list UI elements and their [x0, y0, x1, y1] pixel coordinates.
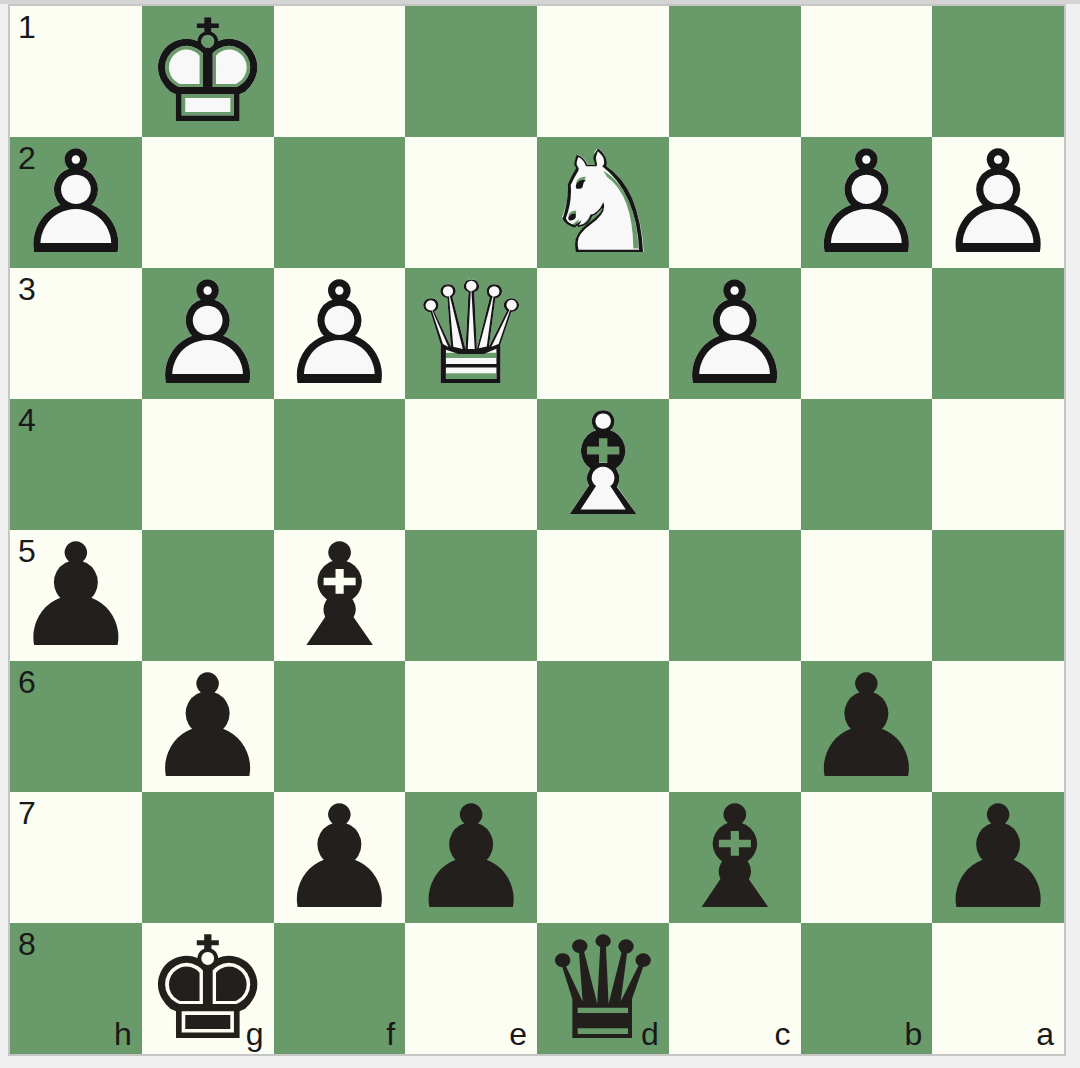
pawn-icon: ♟ [405, 792, 537, 923]
pawn-icon: ♟ [932, 792, 1064, 923]
square-f1[interactable] [274, 6, 406, 137]
white-queen[interactable]: ♛♕ [405, 268, 537, 399]
pawn-icon: ♙ [669, 268, 801, 399]
square-h3[interactable]: 3 [10, 268, 142, 399]
king-icon: ♔ [142, 6, 274, 137]
square-a5[interactable] [932, 530, 1064, 661]
pawn-icon: ♙ [274, 268, 406, 399]
pawn-icon: ♟ [10, 530, 142, 661]
square-d2[interactable]: ♞♘ [537, 137, 669, 268]
white-pawn[interactable]: ♟♙ [142, 268, 274, 399]
rank-label-8: 8 [18, 928, 36, 960]
square-g6[interactable]: ♟ [142, 661, 274, 792]
square-e7[interactable]: ♟ [405, 792, 537, 923]
white-pawn[interactable]: ♟♙ [669, 268, 801, 399]
white-bishop[interactable]: ♝♗ [537, 399, 669, 530]
white-king[interactable]: ♚♔ [142, 6, 274, 137]
square-e2[interactable] [405, 137, 537, 268]
square-e3[interactable]: ♛♕ [405, 268, 537, 399]
square-g5[interactable] [142, 530, 274, 661]
square-a4[interactable] [932, 399, 1064, 530]
square-b3[interactable] [801, 268, 933, 399]
queen-icon: ♕ [405, 268, 537, 399]
square-d7[interactable] [537, 792, 669, 923]
square-d6[interactable] [537, 661, 669, 792]
square-a2[interactable]: ♟♙ [932, 137, 1064, 268]
black-pawn[interactable]: ♟ [932, 792, 1064, 923]
square-c8[interactable]: c [669, 923, 801, 1054]
square-h4[interactable]: 4 [10, 399, 142, 530]
square-c3[interactable]: ♟♙ [669, 268, 801, 399]
pawn-icon: ♟ [801, 661, 933, 792]
square-g4[interactable] [142, 399, 274, 530]
square-b1[interactable] [801, 6, 933, 137]
white-pawn[interactable]: ♟♙ [274, 268, 406, 399]
square-d4[interactable]: ♝♗ [537, 399, 669, 530]
rank-label-7: 7 [18, 797, 36, 829]
knight-icon: ♘ [537, 137, 669, 268]
black-pawn[interactable]: ♟ [405, 792, 537, 923]
square-g2[interactable] [142, 137, 274, 268]
square-h6[interactable]: 6 [10, 661, 142, 792]
square-g1[interactable]: ♚♔ [142, 6, 274, 137]
black-pawn[interactable]: ♟ [10, 530, 142, 661]
square-c2[interactable] [669, 137, 801, 268]
square-g7[interactable] [142, 792, 274, 923]
file-label-h: h [114, 1018, 132, 1050]
square-e5[interactable] [405, 530, 537, 661]
file-label-e: e [509, 1018, 527, 1050]
file-label-a: a [1036, 1018, 1054, 1050]
rank-label-4: 4 [18, 404, 36, 436]
white-pawn[interactable]: ♟♙ [932, 137, 1064, 268]
pawn-icon: ♙ [932, 137, 1064, 268]
square-h5[interactable]: 5♟ [10, 530, 142, 661]
pawn-icon: ♟ [274, 792, 406, 923]
white-pawn[interactable]: ♟♙ [10, 137, 142, 268]
square-h1[interactable]: 1 [10, 6, 142, 137]
black-pawn[interactable]: ♟ [142, 661, 274, 792]
white-pawn[interactable]: ♟♙ [801, 137, 933, 268]
square-f8[interactable]: f [274, 923, 406, 1054]
square-d5[interactable] [537, 530, 669, 661]
square-d8[interactable]: d♛ [537, 923, 669, 1054]
square-a1[interactable] [932, 6, 1064, 137]
square-e4[interactable] [405, 399, 537, 530]
square-g8[interactable]: g♚ [142, 923, 274, 1054]
black-king[interactable]: ♚ [142, 923, 274, 1054]
square-b8[interactable]: b [801, 923, 933, 1054]
black-bishop[interactable]: ♝ [274, 530, 406, 661]
square-a3[interactable] [932, 268, 1064, 399]
file-label-c: c [775, 1018, 791, 1050]
square-f6[interactable] [274, 661, 406, 792]
pawn-icon: ♟ [142, 661, 274, 792]
square-b7[interactable] [801, 792, 933, 923]
square-b2[interactable]: ♟♙ [801, 137, 933, 268]
square-e6[interactable] [405, 661, 537, 792]
pawn-icon: ♙ [10, 137, 142, 268]
black-queen[interactable]: ♛ [537, 923, 669, 1054]
square-c1[interactable] [669, 6, 801, 137]
king-icon: ♚ [142, 923, 274, 1054]
square-h8[interactable]: 8h [10, 923, 142, 1054]
black-bishop[interactable]: ♝ [669, 792, 801, 923]
square-f4[interactable] [274, 399, 406, 530]
square-f3[interactable]: ♟♙ [274, 268, 406, 399]
square-f7[interactable]: ♟ [274, 792, 406, 923]
pawn-icon: ♙ [801, 137, 933, 268]
square-a8[interactable]: a [932, 923, 1064, 1054]
square-e1[interactable] [405, 6, 537, 137]
square-e8[interactable]: e [405, 923, 537, 1054]
file-label-f: f [386, 1018, 395, 1050]
square-a7[interactable]: ♟ [932, 792, 1064, 923]
square-b4[interactable] [801, 399, 933, 530]
chess-board: 1♚♔2♟♙♞♘♟♙♟♙3♟♙♟♙♛♕♟♙4♝♗5♟♝6♟♟7♟♟♝♟8hg♚f… [8, 4, 1066, 1056]
rank-label-1: 1 [18, 11, 36, 43]
white-knight[interactable]: ♞♘ [537, 137, 669, 268]
square-h7[interactable]: 7 [10, 792, 142, 923]
black-pawn[interactable]: ♟ [274, 792, 406, 923]
square-f5[interactable]: ♝ [274, 530, 406, 661]
square-g3[interactable]: ♟♙ [142, 268, 274, 399]
bishop-icon: ♝ [669, 792, 801, 923]
square-b6[interactable]: ♟ [801, 661, 933, 792]
square-c6[interactable] [669, 661, 801, 792]
black-pawn[interactable]: ♟ [801, 661, 933, 792]
bishop-icon: ♗ [537, 399, 669, 530]
file-label-b: b [904, 1018, 922, 1050]
square-c7[interactable]: ♝ [669, 792, 801, 923]
queen-icon: ♛ [537, 923, 669, 1054]
square-h2[interactable]: 2♟♙ [10, 137, 142, 268]
pawn-icon: ♙ [142, 268, 274, 399]
square-c5[interactable] [669, 530, 801, 661]
square-c4[interactable] [669, 399, 801, 530]
square-f2[interactable] [274, 137, 406, 268]
square-d1[interactable] [537, 6, 669, 137]
square-d3[interactable] [537, 268, 669, 399]
bishop-icon: ♝ [274, 530, 406, 661]
square-b5[interactable] [801, 530, 933, 661]
square-a6[interactable] [932, 661, 1064, 792]
